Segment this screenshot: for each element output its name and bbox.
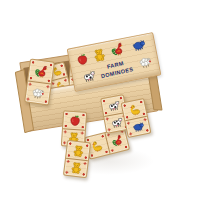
apple-icon	[68, 113, 82, 127]
half-apple	[63, 111, 86, 129]
rooster-icon	[108, 41, 126, 59]
duck-icon	[126, 102, 141, 117]
blue-pig-icon	[130, 119, 145, 134]
sheep-icon	[30, 84, 47, 101]
blue-pig-icon	[130, 36, 148, 54]
half-blue-pig	[125, 115, 150, 137]
teddy-bear-icon	[91, 46, 107, 62]
half-teddy	[64, 157, 88, 177]
half-sheep	[25, 80, 51, 104]
cow-icon	[109, 115, 124, 130]
teddy-bear-icon	[69, 160, 83, 174]
rooster-icon	[33, 63, 50, 80]
rooster-icon	[109, 133, 125, 149]
teddy-bear-icon	[71, 143, 85, 157]
apple-icon	[75, 52, 90, 67]
cow-icon	[106, 98, 121, 113]
cow-icon	[81, 68, 97, 84]
duck-icon	[89, 138, 105, 154]
product-photo: FARM DOMINOES	[0, 0, 200, 200]
domino-teddy-teddy[interactable]	[63, 140, 91, 179]
sheep-icon	[136, 53, 154, 71]
